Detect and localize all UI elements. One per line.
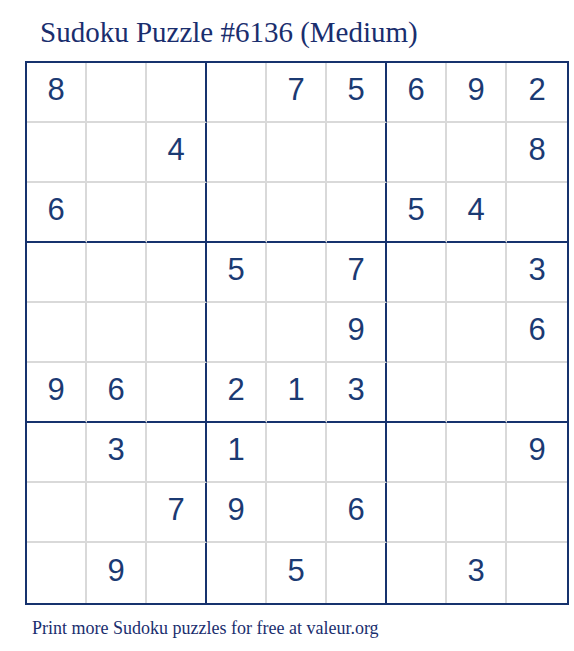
cell-r1c6: 5	[327, 63, 387, 123]
cell-r9c9	[507, 543, 567, 603]
cell-r5c7	[387, 303, 447, 363]
cell-r4c2	[87, 243, 147, 303]
cell-r1c5: 7	[267, 63, 327, 123]
cell-r2c6	[327, 123, 387, 183]
cell-r9c2: 9	[87, 543, 147, 603]
cell-r1c8: 9	[447, 63, 507, 123]
cell-r8c9	[507, 483, 567, 543]
cell-r7c5	[267, 423, 327, 483]
cell-r5c5	[267, 303, 327, 363]
cell-r7c6	[327, 423, 387, 483]
cell-r4c6: 7	[327, 243, 387, 303]
cell-r9c4	[207, 543, 267, 603]
cell-r2c3: 4	[147, 123, 207, 183]
cell-r4c4: 5	[207, 243, 267, 303]
cell-r7c2: 3	[87, 423, 147, 483]
cell-r8c7	[387, 483, 447, 543]
cell-r8c1	[27, 483, 87, 543]
cell-r6c5: 1	[267, 363, 327, 423]
cell-r5c8	[447, 303, 507, 363]
cell-r9c5: 5	[267, 543, 327, 603]
cell-r9c6	[327, 543, 387, 603]
cell-r8c8	[447, 483, 507, 543]
cell-r5c2	[87, 303, 147, 363]
cell-r7c8	[447, 423, 507, 483]
cell-r6c4: 2	[207, 363, 267, 423]
cell-r4c9: 3	[507, 243, 567, 303]
cell-r1c1: 8	[27, 63, 87, 123]
cell-r8c5	[267, 483, 327, 543]
cell-r4c3	[147, 243, 207, 303]
cell-r5c9: 6	[507, 303, 567, 363]
cell-r7c9: 9	[507, 423, 567, 483]
cell-r5c3	[147, 303, 207, 363]
cell-r2c2	[87, 123, 147, 183]
page-title: Sudoku Puzzle #6136 (Medium)	[40, 16, 418, 48]
cell-r4c5	[267, 243, 327, 303]
cell-r3c7: 5	[387, 183, 447, 243]
cell-r8c6: 6	[327, 483, 387, 543]
cell-r9c8: 3	[447, 543, 507, 603]
cell-r9c1	[27, 543, 87, 603]
cell-r3c8: 4	[447, 183, 507, 243]
cell-r1c2	[87, 63, 147, 123]
cell-r5c4	[207, 303, 267, 363]
cell-r2c9: 8	[507, 123, 567, 183]
cell-r6c8	[447, 363, 507, 423]
cell-r1c4	[207, 63, 267, 123]
cell-r8c2	[87, 483, 147, 543]
cell-r1c9: 2	[507, 63, 567, 123]
cell-r7c1	[27, 423, 87, 483]
cell-r7c7	[387, 423, 447, 483]
cell-r2c4	[207, 123, 267, 183]
cell-r6c9	[507, 363, 567, 423]
cell-r3c3	[147, 183, 207, 243]
cell-r3c5	[267, 183, 327, 243]
cell-r1c7: 6	[387, 63, 447, 123]
cell-r2c5	[267, 123, 327, 183]
cell-r2c7	[387, 123, 447, 183]
cell-r1c3	[147, 63, 207, 123]
cell-r8c4: 9	[207, 483, 267, 543]
cell-r2c1	[27, 123, 87, 183]
cell-r4c1	[27, 243, 87, 303]
cell-r6c1: 9	[27, 363, 87, 423]
cell-r7c4: 1	[207, 423, 267, 483]
cell-r3c2	[87, 183, 147, 243]
cell-r7c3	[147, 423, 207, 483]
cell-r4c8	[447, 243, 507, 303]
cell-r6c3	[147, 363, 207, 423]
cell-r5c6: 9	[327, 303, 387, 363]
cell-r4c7	[387, 243, 447, 303]
footer-text: Print more Sudoku puzzles for free at va…	[32, 617, 379, 639]
cell-r3c6	[327, 183, 387, 243]
cell-r6c7	[387, 363, 447, 423]
cell-r3c1: 6	[27, 183, 87, 243]
cell-r3c4	[207, 183, 267, 243]
sudoku-board: 875692486545739696213319796953	[25, 61, 569, 605]
cell-r9c7	[387, 543, 447, 603]
cell-r6c6: 3	[327, 363, 387, 423]
cell-r6c2: 6	[87, 363, 147, 423]
cell-r8c3: 7	[147, 483, 207, 543]
cell-r2c8	[447, 123, 507, 183]
cell-r9c3	[147, 543, 207, 603]
sudoku-page: Sudoku Puzzle #6136 (Medium) 87569248654…	[0, 0, 574, 651]
cell-r3c9	[507, 183, 567, 243]
cell-r5c1	[27, 303, 87, 363]
